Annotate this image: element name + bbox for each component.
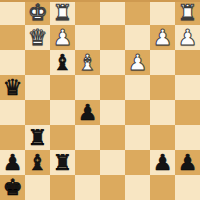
piece-black-pawn[interactable]: ♟ (3, 150, 23, 175)
square-b3[interactable]: ♜ (25, 125, 50, 150)
piece-black-pawn[interactable]: ♟ (178, 150, 198, 175)
piece-white-bishop[interactable]: ♝ (78, 50, 98, 75)
square-b8[interactable]: ♚ (25, 0, 50, 25)
square-h5[interactable] (175, 75, 200, 100)
piece-white-rook[interactable]: ♜ (53, 0, 73, 25)
square-c8[interactable]: ♜ (50, 0, 75, 25)
square-c6[interactable]: ♝ (50, 50, 75, 75)
square-b2[interactable]: ♝ (25, 150, 50, 175)
square-e4[interactable] (100, 100, 125, 125)
square-b6[interactable] (25, 50, 50, 75)
square-g8[interactable] (150, 0, 175, 25)
square-c3[interactable] (50, 125, 75, 150)
square-e2[interactable] (100, 150, 125, 175)
square-g5[interactable] (150, 75, 175, 100)
square-h1[interactable] (175, 175, 200, 200)
square-b1[interactable] (25, 175, 50, 200)
square-d8[interactable] (75, 0, 100, 25)
square-e3[interactable] (100, 125, 125, 150)
square-g1[interactable] (150, 175, 175, 200)
square-c2[interactable]: ♜ (50, 150, 75, 175)
square-b7[interactable]: ♛ (25, 25, 50, 50)
square-a4[interactable] (0, 100, 25, 125)
square-d2[interactable] (75, 150, 100, 175)
square-e8[interactable] (100, 0, 125, 25)
square-d6[interactable]: ♝ (75, 50, 100, 75)
square-e5[interactable] (100, 75, 125, 100)
piece-white-king[interactable]: ♚ (28, 0, 48, 25)
square-b5[interactable] (25, 75, 50, 100)
square-d7[interactable] (75, 25, 100, 50)
square-a6[interactable] (0, 50, 25, 75)
piece-white-pawn[interactable]: ♟ (128, 50, 148, 75)
square-a3[interactable] (0, 125, 25, 150)
piece-white-pawn[interactable]: ♟ (53, 25, 73, 50)
piece-white-pawn[interactable]: ♟ (153, 25, 173, 50)
piece-white-queen[interactable]: ♛ (28, 25, 48, 50)
piece-black-king[interactable]: ♚ (3, 175, 23, 200)
piece-black-rook[interactable]: ♜ (28, 125, 48, 150)
square-f7[interactable] (125, 25, 150, 50)
square-h7[interactable]: ♟ (175, 25, 200, 50)
square-d4[interactable]: ♟ (75, 100, 100, 125)
square-d3[interactable] (75, 125, 100, 150)
square-c1[interactable] (50, 175, 75, 200)
square-d1[interactable] (75, 175, 100, 200)
square-g7[interactable]: ♟ (150, 25, 175, 50)
square-e6[interactable] (100, 50, 125, 75)
square-f5[interactable] (125, 75, 150, 100)
square-h6[interactable] (175, 50, 200, 75)
square-f1[interactable] (125, 175, 150, 200)
square-b4[interactable] (25, 100, 50, 125)
square-a1[interactable]: ♚ (0, 175, 25, 200)
square-a8[interactable] (0, 0, 25, 25)
square-a5[interactable]: ♛ (0, 75, 25, 100)
square-h2[interactable]: ♟ (175, 150, 200, 175)
square-g6[interactable] (150, 50, 175, 75)
square-h8[interactable]: ♜ (175, 0, 200, 25)
square-f4[interactable] (125, 100, 150, 125)
square-a7[interactable] (0, 25, 25, 50)
piece-black-bishop[interactable]: ♝ (28, 150, 48, 175)
square-h3[interactable] (175, 125, 200, 150)
square-a2[interactable]: ♟ (0, 150, 25, 175)
square-g2[interactable]: ♟ (150, 150, 175, 175)
square-g4[interactable] (150, 100, 175, 125)
square-g3[interactable] (150, 125, 175, 150)
piece-black-pawn[interactable]: ♟ (78, 100, 98, 125)
piece-black-rook[interactable]: ♜ (53, 150, 73, 175)
piece-black-queen[interactable]: ♛ (3, 75, 23, 100)
square-c7[interactable]: ♟ (50, 25, 75, 50)
piece-white-pawn[interactable]: ♟ (178, 25, 198, 50)
piece-white-rook[interactable]: ♜ (178, 0, 198, 25)
square-h4[interactable] (175, 100, 200, 125)
chess-board: ♚♜♜♛♟♟♟♝♝♟♛♟♜♟♝♜♟♟♚ (0, 0, 200, 200)
square-f6[interactable]: ♟ (125, 50, 150, 75)
square-f8[interactable] (125, 0, 150, 25)
square-f3[interactable] (125, 125, 150, 150)
square-e7[interactable] (100, 25, 125, 50)
square-d5[interactable] (75, 75, 100, 100)
square-e1[interactable] (100, 175, 125, 200)
square-c4[interactable] (50, 100, 75, 125)
square-c5[interactable] (50, 75, 75, 100)
piece-black-pawn[interactable]: ♟ (153, 150, 173, 175)
square-f2[interactable] (125, 150, 150, 175)
piece-black-bishop[interactable]: ♝ (53, 50, 73, 75)
